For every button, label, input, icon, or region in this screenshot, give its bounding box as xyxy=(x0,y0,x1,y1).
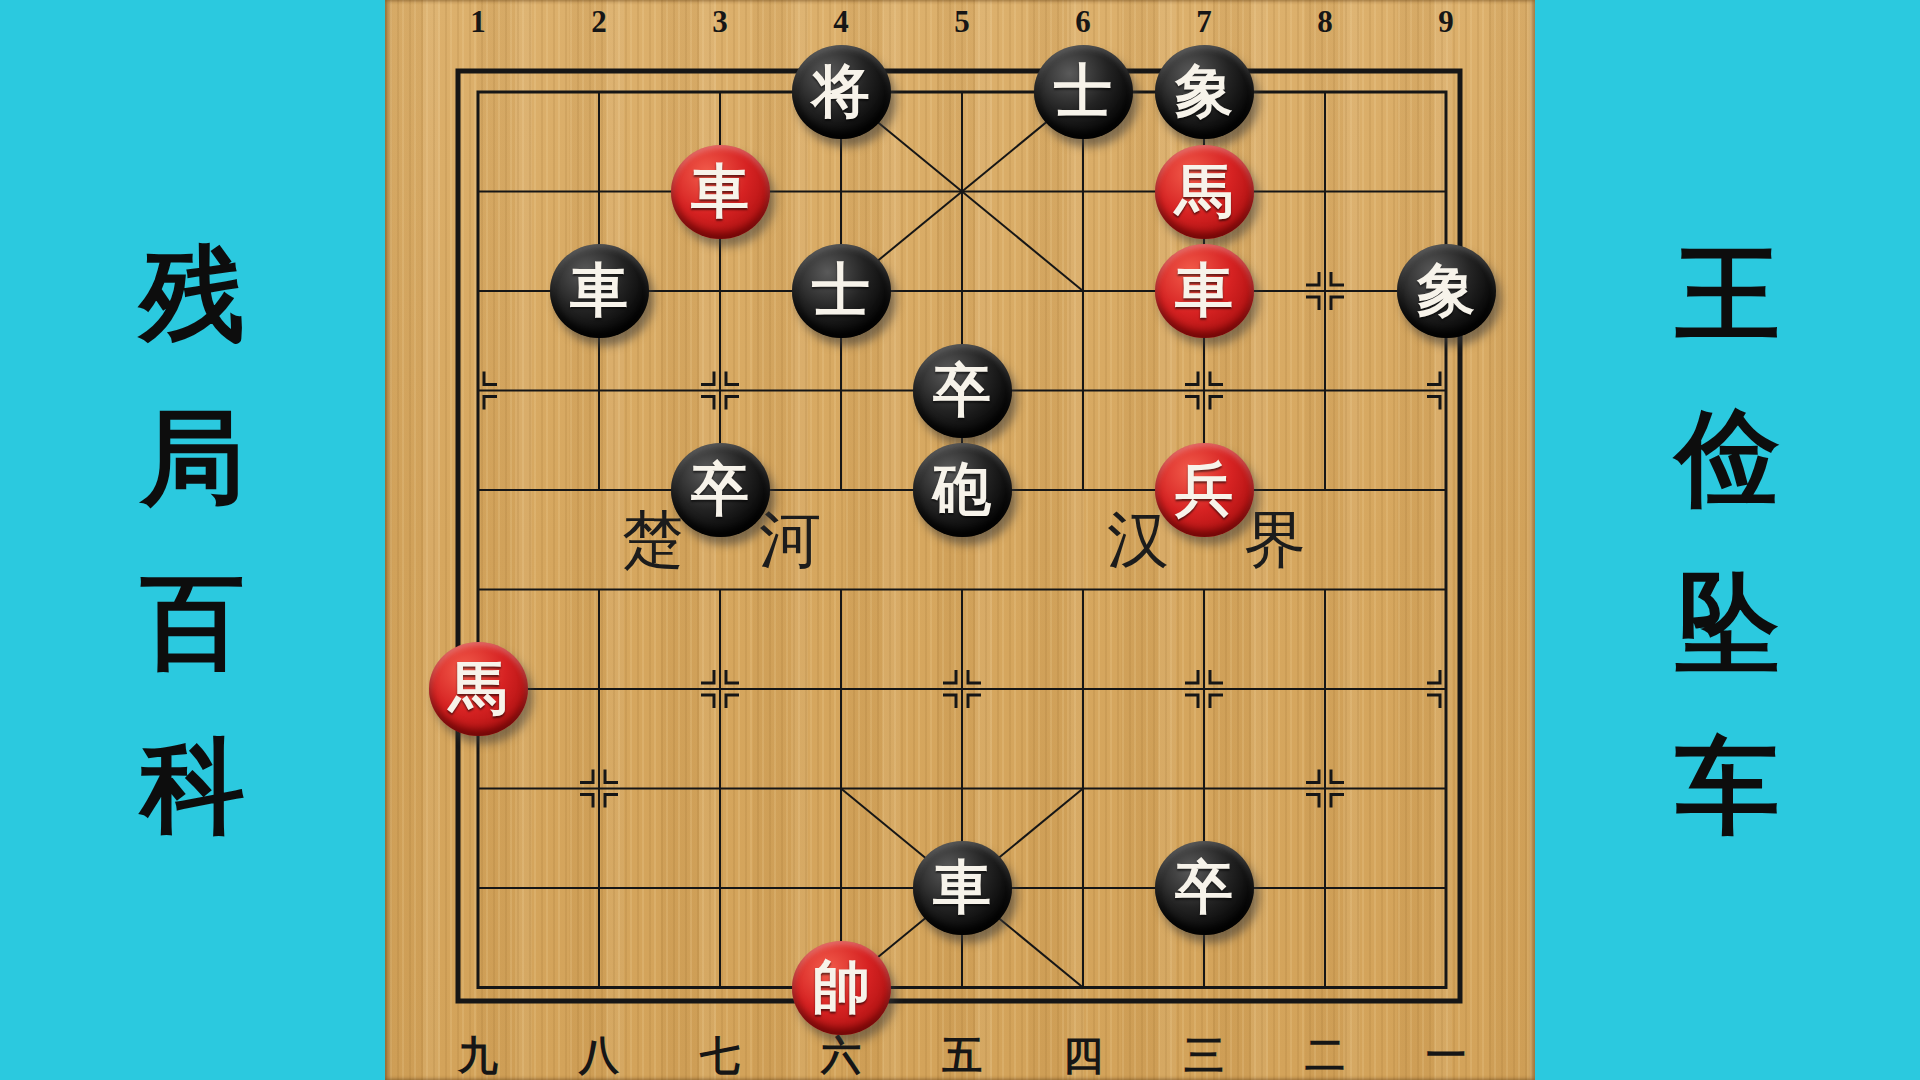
piece-glyph: 車 xyxy=(691,163,749,221)
file-label-top: 9 xyxy=(1438,6,1454,37)
file-label-top: 7 xyxy=(1196,6,1212,37)
piece-glyph: 士 xyxy=(1054,63,1112,121)
piece-glyph: 車 xyxy=(1175,262,1233,320)
piece-glyph: 卒 xyxy=(691,461,749,519)
file-label-bottom: 九 xyxy=(458,1036,498,1076)
piece-glyph: 帥 xyxy=(812,959,870,1017)
river-label: 河 xyxy=(759,509,821,571)
right-banner-char: 车 xyxy=(1676,734,1780,838)
piece-red-horse[interactable]: 馬 xyxy=(1155,145,1254,239)
piece-black-cannon[interactable]: 砲 xyxy=(913,443,1012,537)
right-banner-char: 坠 xyxy=(1676,570,1780,674)
piece-glyph: 象 xyxy=(1417,262,1475,320)
right-banner-title: 王俭坠车 xyxy=(1535,0,1920,1080)
piece-black-soldier[interactable]: 卒 xyxy=(913,344,1012,438)
left-banner-char: 残 xyxy=(141,242,245,346)
piece-red-chariot[interactable]: 車 xyxy=(671,145,770,239)
file-label-bottom: 一 xyxy=(1426,1036,1466,1076)
piece-glyph: 馬 xyxy=(1175,163,1233,221)
board-grid[interactable]: 将士象車馬車士車象卒卒砲兵馬車卒帥 xyxy=(418,42,1507,1037)
file-label-bottom: 六 xyxy=(821,1036,861,1076)
file-label-bottom: 八 xyxy=(579,1036,619,1076)
board-panel: 将士象車馬車士車象卒卒砲兵馬車卒帥 123456789九八七六五四三二一楚河汉界 xyxy=(385,0,1535,1080)
piece-red-chariot[interactable]: 車 xyxy=(1155,244,1254,338)
file-label-bottom: 七 xyxy=(700,1036,740,1076)
piece-red-soldier[interactable]: 兵 xyxy=(1155,443,1254,537)
river-label: 汉 xyxy=(1107,509,1169,571)
file-label-bottom: 二 xyxy=(1305,1036,1345,1076)
left-banner-char: 科 xyxy=(141,734,245,838)
file-label-bottom: 五 xyxy=(942,1036,982,1076)
piece-glyph: 卒 xyxy=(933,362,991,420)
piece-black-elephant[interactable]: 象 xyxy=(1155,45,1254,139)
piece-black-general[interactable]: 将 xyxy=(792,45,891,139)
left-banner-title: 残局百科 xyxy=(0,0,385,1080)
left-banner-char: 百 xyxy=(141,570,245,674)
piece-glyph: 士 xyxy=(812,262,870,320)
file-label-top: 3 xyxy=(712,6,728,37)
piece-glyph: 将 xyxy=(812,63,870,121)
piece-black-advisor[interactable]: 士 xyxy=(792,244,891,338)
right-banner-char: 俭 xyxy=(1676,406,1780,510)
piece-black-elephant[interactable]: 象 xyxy=(1397,244,1496,338)
piece-black-advisor[interactable]: 士 xyxy=(1034,45,1133,139)
file-label-top: 4 xyxy=(833,6,849,37)
piece-glyph: 車 xyxy=(933,859,991,917)
stage: 残局百科 将士象車馬車士車象卒卒砲兵馬車卒帥 123456789九八七六五四三二… xyxy=(0,0,1920,1080)
piece-glyph: 兵 xyxy=(1175,461,1233,519)
piece-red-general[interactable]: 帥 xyxy=(792,941,891,1035)
piece-glyph: 馬 xyxy=(449,660,507,718)
piece-glyph: 象 xyxy=(1175,63,1233,121)
piece-black-soldier[interactable]: 卒 xyxy=(671,443,770,537)
file-label-top: 2 xyxy=(591,6,607,37)
piece-black-chariot[interactable]: 車 xyxy=(913,841,1012,935)
file-label-top: 1 xyxy=(470,6,486,37)
river-label: 界 xyxy=(1244,509,1306,571)
file-label-bottom: 三 xyxy=(1184,1036,1224,1076)
piece-glyph: 卒 xyxy=(1175,859,1233,917)
piece-red-horse[interactable]: 馬 xyxy=(429,642,528,736)
file-label-bottom: 四 xyxy=(1063,1036,1103,1076)
file-label-top: 8 xyxy=(1317,6,1333,37)
piece-black-chariot[interactable]: 車 xyxy=(550,244,649,338)
piece-black-soldier[interactable]: 卒 xyxy=(1155,841,1254,935)
file-label-top: 6 xyxy=(1075,6,1091,37)
piece-glyph: 砲 xyxy=(933,461,991,519)
right-banner-char: 王 xyxy=(1676,242,1780,346)
file-label-top: 5 xyxy=(954,6,970,37)
river-label: 楚 xyxy=(622,509,684,571)
left-banner-char: 局 xyxy=(141,406,245,510)
piece-glyph: 車 xyxy=(570,262,628,320)
